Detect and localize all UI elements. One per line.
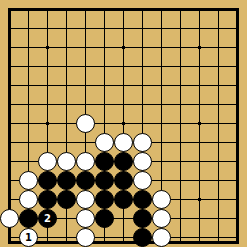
black-stone	[19, 209, 38, 228]
white-stone	[152, 228, 171, 247]
white-stone	[76, 152, 95, 171]
black-stone	[95, 152, 114, 171]
white-stone	[76, 190, 95, 209]
black-stone	[76, 171, 95, 190]
white-stone	[19, 171, 38, 190]
white-stone	[152, 209, 171, 228]
black-stone	[38, 171, 57, 190]
move-number-label: 1	[25, 233, 32, 243]
white-stone	[19, 190, 38, 209]
black-stone	[133, 209, 152, 228]
black-stone	[114, 171, 133, 190]
black-stone	[95, 209, 114, 228]
black-stone	[114, 152, 133, 171]
black-stone	[133, 190, 152, 209]
white-stone	[76, 114, 95, 133]
go-board: 21	[0, 0, 247, 247]
white-stone	[114, 133, 133, 152]
white-stone	[57, 152, 76, 171]
black-stone	[57, 171, 76, 190]
white-stone	[133, 171, 152, 190]
white-stone: 1	[19, 228, 38, 247]
black-stone	[38, 190, 57, 209]
white-stone	[76, 228, 95, 247]
black-stone	[57, 190, 76, 209]
black-stone	[133, 228, 152, 247]
white-stone	[76, 209, 95, 228]
white-stone	[95, 133, 114, 152]
white-stone	[133, 133, 152, 152]
white-stone	[152, 190, 171, 209]
white-stone	[0, 209, 19, 228]
black-stone	[95, 171, 114, 190]
black-stone	[95, 190, 114, 209]
black-stone: 2	[38, 209, 57, 228]
white-stone	[38, 152, 57, 171]
black-stone	[114, 190, 133, 209]
white-stone	[133, 152, 152, 171]
stones-layer: 21	[0, 0, 247, 247]
move-number-label: 2	[44, 214, 51, 224]
